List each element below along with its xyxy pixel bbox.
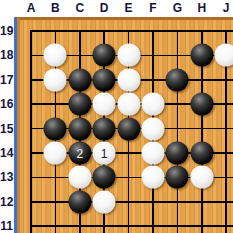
stone-black-c12[interactable] [68, 190, 91, 213]
stone-black-h14[interactable] [190, 142, 213, 165]
stone-black-g17[interactable] [166, 68, 189, 91]
stone-white-e17[interactable] [117, 68, 140, 91]
stone-white-c13[interactable] [68, 166, 91, 189]
board-overlay: 21 [0, 0, 233, 233]
stone-white-e16[interactable] [117, 93, 140, 116]
stone-black-g13[interactable] [166, 166, 189, 189]
stone-white-e18[interactable] [117, 44, 140, 67]
go-board-diagram: ABCDEFGHJ 191817161514131211 21 [0, 0, 233, 233]
stone-black-h18[interactable] [190, 44, 213, 67]
stone-white-j18[interactable] [215, 44, 233, 67]
stone-black-d13[interactable] [93, 166, 116, 189]
grid-hline-11 [30, 225, 233, 227]
stone-black-d15[interactable] [93, 117, 116, 140]
stone-white-d14[interactable]: 1 [93, 142, 116, 165]
stone-black-e15[interactable] [117, 117, 140, 140]
stone-white-f15[interactable] [142, 117, 165, 140]
stone-white-d16[interactable] [93, 93, 116, 116]
stone-white-f16[interactable] [142, 93, 165, 116]
move-number-1: 1 [101, 147, 108, 159]
stone-black-h16[interactable] [190, 93, 213, 116]
stone-white-b18[interactable] [44, 44, 67, 67]
stone-white-h13[interactable] [190, 166, 213, 189]
stone-black-b15[interactable] [44, 117, 67, 140]
move-number-2: 2 [76, 147, 83, 159]
stone-black-c15[interactable] [68, 117, 91, 140]
stone-black-c14[interactable]: 2 [68, 142, 91, 165]
stone-black-c16[interactable] [68, 93, 91, 116]
stone-black-d17[interactable] [93, 68, 116, 91]
stone-black-c17[interactable] [68, 68, 91, 91]
stone-black-d18[interactable] [93, 44, 116, 67]
stone-white-f14[interactable] [142, 142, 165, 165]
stone-white-d12[interactable] [93, 190, 116, 213]
stone-black-g14[interactable] [166, 142, 189, 165]
stone-white-b17[interactable] [44, 68, 67, 91]
stone-white-f13[interactable] [142, 166, 165, 189]
stone-white-b14[interactable] [44, 142, 67, 165]
